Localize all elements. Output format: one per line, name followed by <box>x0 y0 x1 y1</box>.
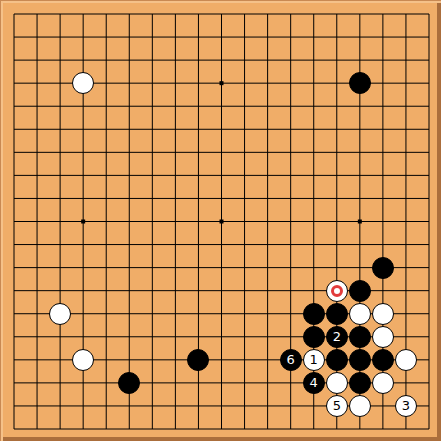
white-stone <box>372 372 394 394</box>
marked-white-stone <box>326 280 348 302</box>
star-point <box>81 220 85 224</box>
star-point <box>358 220 362 224</box>
move-number-label: 6 <box>287 353 295 366</box>
white-stone <box>72 349 94 371</box>
white-stone <box>49 303 71 325</box>
move-number-label: 5 <box>333 399 341 412</box>
black-stone <box>349 326 371 348</box>
black-stone-move-2: 2 <box>326 326 348 348</box>
white-stone <box>372 326 394 348</box>
black-stone <box>372 257 394 279</box>
white-stone <box>349 395 371 417</box>
black-stone <box>303 303 325 325</box>
move-number-label: 2 <box>333 330 341 343</box>
black-stone <box>349 349 371 371</box>
black-stone <box>372 349 394 371</box>
black-stone <box>349 280 371 302</box>
circle-mark-icon <box>331 285 343 297</box>
move-number-label: 1 <box>310 353 318 366</box>
black-stone <box>349 372 371 394</box>
black-stone <box>326 303 348 325</box>
star-point <box>220 220 224 224</box>
white-stone-move-1: 1 <box>303 349 325 371</box>
black-stone-move-6: 6 <box>280 349 302 371</box>
black-stone <box>326 349 348 371</box>
white-stone-move-5: 5 <box>326 395 348 417</box>
black-stone <box>303 326 325 348</box>
white-stone <box>395 349 417 371</box>
go-board: 261453 <box>0 0 441 441</box>
black-stone <box>118 372 140 394</box>
white-stone <box>326 372 348 394</box>
black-stone <box>349 72 371 94</box>
white-stone <box>349 303 371 325</box>
star-point <box>220 81 224 85</box>
move-number-label: 3 <box>402 399 410 412</box>
white-stone <box>372 303 394 325</box>
white-stone-move-3: 3 <box>395 395 417 417</box>
move-number-label: 4 <box>310 376 318 389</box>
black-stone-move-4: 4 <box>303 372 325 394</box>
